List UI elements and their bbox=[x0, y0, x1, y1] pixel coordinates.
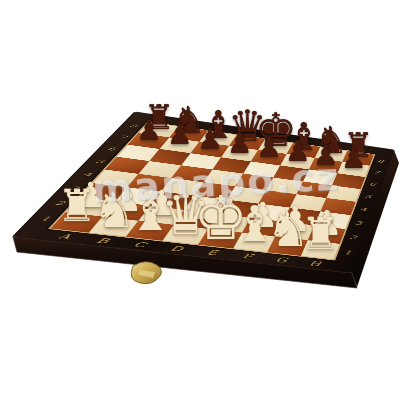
box-front-face bbox=[13, 237, 357, 288]
product-photo-scene: ABCDEFGH 12345678 12345678 ♜♞♝♛♚♝♞♜♟♟♟♟♟… bbox=[0, 0, 400, 400]
clasp-knob bbox=[158, 256, 169, 267]
box-right-face bbox=[352, 150, 399, 287]
